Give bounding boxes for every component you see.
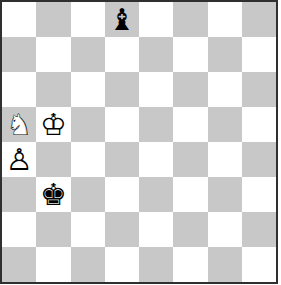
square-a1[interactable] <box>2 247 36 282</box>
square-e3[interactable] <box>139 177 173 212</box>
square-c1[interactable] <box>71 247 105 282</box>
square-a7[interactable] <box>2 37 36 72</box>
white-knight-icon: ♘ <box>6 110 33 140</box>
square-b1[interactable] <box>36 247 70 282</box>
square-h4[interactable] <box>242 142 276 177</box>
square-h2[interactable] <box>242 212 276 247</box>
square-g3[interactable] <box>208 177 242 212</box>
square-c8[interactable] <box>71 2 105 37</box>
square-h3[interactable] <box>242 177 276 212</box>
square-c4[interactable] <box>71 142 105 177</box>
square-e5[interactable] <box>139 107 173 142</box>
square-d8[interactable]: ♝ <box>105 2 139 37</box>
square-g2[interactable] <box>208 212 242 247</box>
square-a6[interactable] <box>2 72 36 107</box>
square-g6[interactable] <box>208 72 242 107</box>
square-a2[interactable] <box>2 212 36 247</box>
square-h6[interactable] <box>242 72 276 107</box>
square-e2[interactable] <box>139 212 173 247</box>
square-c3[interactable] <box>71 177 105 212</box>
square-a4[interactable]: ♟♙ <box>2 142 36 177</box>
piece-white-pawn-a4[interactable]: ♟♙ <box>2 143 36 177</box>
square-g1[interactable] <box>208 247 242 282</box>
piece-white-king-b5[interactable]: ♚♔ <box>36 108 70 142</box>
square-c5[interactable] <box>71 107 105 142</box>
square-e8[interactable] <box>139 2 173 37</box>
square-h7[interactable] <box>242 37 276 72</box>
square-h5[interactable] <box>242 107 276 142</box>
piece-black-bishop-d8[interactable]: ♝ <box>105 3 139 37</box>
square-g8[interactable] <box>208 2 242 37</box>
square-f2[interactable] <box>173 212 207 247</box>
square-d5[interactable] <box>105 107 139 142</box>
square-g4[interactable] <box>208 142 242 177</box>
square-f7[interactable] <box>173 37 207 72</box>
square-f8[interactable] <box>173 2 207 37</box>
piece-white-knight-a5[interactable]: ♞♘ <box>2 108 36 142</box>
white-pawn-icon: ♙ <box>6 145 33 175</box>
square-c2[interactable] <box>71 212 105 247</box>
square-c7[interactable] <box>71 37 105 72</box>
square-e1[interactable] <box>139 247 173 282</box>
piece-black-king-b3[interactable]: ♚ <box>36 178 70 212</box>
square-g7[interactable] <box>208 37 242 72</box>
square-d6[interactable] <box>105 72 139 107</box>
square-b5[interactable]: ♚♔ <box>36 107 70 142</box>
chess-board: ♝♞♘♚♔♟♙♚ <box>0 0 278 284</box>
square-f6[interactable] <box>173 72 207 107</box>
square-f1[interactable] <box>173 247 207 282</box>
chess-diagram: ♝♞♘♚♔♟♙♚ <box>0 0 281 285</box>
square-d4[interactable] <box>105 142 139 177</box>
square-b4[interactable] <box>36 142 70 177</box>
square-f4[interactable] <box>173 142 207 177</box>
square-h1[interactable] <box>242 247 276 282</box>
square-f3[interactable] <box>173 177 207 212</box>
square-e7[interactable] <box>139 37 173 72</box>
square-b3[interactable]: ♚ <box>36 177 70 212</box>
square-a3[interactable] <box>2 177 36 212</box>
square-e6[interactable] <box>139 72 173 107</box>
square-d7[interactable] <box>105 37 139 72</box>
square-d2[interactable] <box>105 212 139 247</box>
square-b8[interactable] <box>36 2 70 37</box>
square-d1[interactable] <box>105 247 139 282</box>
square-h8[interactable] <box>242 2 276 37</box>
square-b7[interactable] <box>36 37 70 72</box>
square-g5[interactable] <box>208 107 242 142</box>
square-b6[interactable] <box>36 72 70 107</box>
square-c6[interactable] <box>71 72 105 107</box>
square-e4[interactable] <box>139 142 173 177</box>
square-d3[interactable] <box>105 177 139 212</box>
square-b2[interactable] <box>36 212 70 247</box>
square-a5[interactable]: ♞♘ <box>2 107 36 142</box>
square-a8[interactable] <box>2 2 36 37</box>
white-king-icon: ♔ <box>40 110 67 140</box>
square-f5[interactable] <box>173 107 207 142</box>
